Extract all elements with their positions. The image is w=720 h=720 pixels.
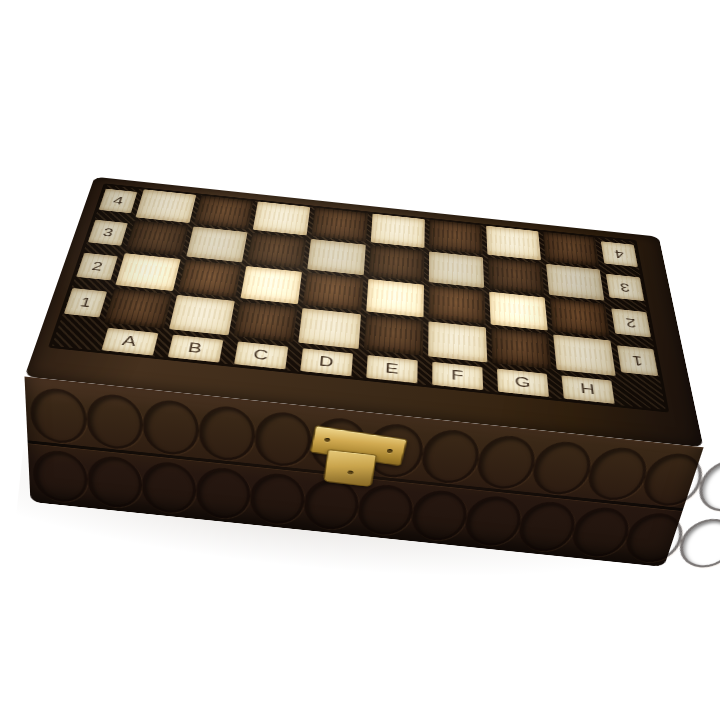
rank-label-left-4-cell: 4 [97,185,140,217]
carved-circle [408,488,471,543]
rank-label-left-2-cell: 2 [74,249,120,285]
square-g2 [489,292,548,331]
rim-corner-cell [621,380,665,410]
rank-label-right-4: 4 [601,241,638,267]
file-label-b: B [168,334,224,362]
carved-circle [528,439,597,497]
rank-label-right-2-cell: 2 [610,304,653,341]
carved-circle [567,505,635,559]
rank-label-right-1-cell: 1 [615,341,660,381]
carved-circle [29,386,87,446]
photo-scene: 44332211ABCDEFGH [0,0,720,720]
square-e1 [363,315,423,356]
file-label-g-cell: G [492,367,554,399]
rank-label-left-3: 3 [88,220,128,246]
file-label-a-cell: A [96,326,163,357]
square-d1 [299,308,361,349]
carved-circle [461,494,526,549]
rank-label-right-3-cell: 3 [604,270,646,305]
square-e3 [368,245,424,281]
file-label-c-cell: C [229,339,293,370]
rank-label-left-3-cell: 3 [86,216,130,249]
file-label-b-cell: B [162,333,228,364]
square-f1 [428,321,487,362]
square-f3 [428,251,483,288]
file-label-f: F [432,361,483,389]
latch-screw [387,449,393,454]
carved-circle [248,471,307,526]
square-h3 [546,264,604,301]
rank-label-right-2: 2 [611,308,651,337]
square-a2 [115,253,180,291]
square-f4 [429,220,483,255]
square-g4 [486,226,541,261]
square-d3 [308,239,366,275]
square-a4 [135,189,196,223]
rank-label-left-4: 4 [99,189,138,214]
carved-circle [141,460,197,516]
carved-circle [142,398,200,457]
square-e4 [370,214,424,248]
file-label-h-cell: H [557,373,620,405]
file-label-d: D [300,348,353,376]
file-label-e: E [366,355,417,383]
square-c1 [234,302,298,343]
rank-label-left-2: 2 [76,253,118,281]
file-label-c: C [234,341,288,369]
square-b3 [186,226,247,262]
square-d4 [312,207,368,241]
latch-screw [324,438,330,443]
square-h1 [553,334,616,376]
rank-label-left-1: 1 [64,288,107,317]
rank-label-right-4-cell: 4 [599,238,639,271]
square-a1 [104,288,172,328]
rank-label-left-1-cell: 1 [61,284,109,322]
rank-label-right-3: 3 [606,274,644,301]
chess-box: 44332211ABCDEFGH [24,177,703,448]
product-photo: 44332211ABCDEFGH [0,0,720,720]
carved-circle [32,448,88,504]
square-b4 [194,195,253,229]
file-label-d-cell: D [295,346,358,377]
carved-circle [583,445,654,503]
square-e2 [366,279,424,318]
square-b2 [178,260,242,298]
carved-circle [87,454,142,510]
carved-circle [86,392,143,452]
square-f2 [428,285,485,324]
square-c4 [253,201,311,235]
square-c2 [241,266,303,304]
square-d2 [303,272,363,310]
carved-circle [620,511,689,565]
square-g3 [487,258,544,295]
carved-circle [473,433,540,491]
carved-circle [195,465,252,521]
square-g1 [491,328,552,369]
latch-hasp [323,449,377,487]
rank-label-right-1: 1 [617,345,658,376]
square-h2 [549,298,609,337]
square-h4 [543,232,600,267]
carved-circle [514,499,580,553]
square-c3 [247,233,307,269]
carved-circle [198,404,257,463]
file-label-f-cell: F [428,360,489,392]
rim-corner-cell [52,321,98,349]
chessboard-grid: 44332211ABCDEFGH [48,183,669,412]
carved-circle [637,451,709,509]
square-a3 [126,220,189,256]
carved-circle [418,427,484,485]
square-b1 [169,295,235,335]
file-label-e-cell: E [361,353,422,384]
file-label-a: A [101,327,158,355]
file-label-g: G [497,368,549,396]
file-label-h: H [562,375,615,404]
